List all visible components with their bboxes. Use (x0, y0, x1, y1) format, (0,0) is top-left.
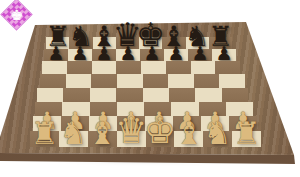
square-d6[interactable] (116, 61, 141, 74)
square-c1[interactable]: ♝ (88, 131, 117, 147)
square-d4[interactable] (116, 88, 142, 102)
rank-5 (40, 74, 245, 88)
square-a5[interactable] (40, 74, 66, 88)
rank-4 (37, 88, 248, 102)
square-h4[interactable] (222, 88, 248, 102)
white-bishop-c1[interactable]: ♝ (88, 118, 116, 149)
square-h5[interactable] (219, 74, 245, 88)
square-c5[interactable] (91, 74, 117, 88)
square-f1[interactable]: ♝ (174, 131, 203, 147)
square-b5[interactable] (66, 74, 92, 88)
square-e4[interactable] (143, 88, 169, 102)
square-d7[interactable]: ♟ (116, 49, 140, 61)
square-f5[interactable] (168, 74, 194, 88)
white-queen-d1[interactable]: ♛ (115, 113, 147, 149)
square-g5[interactable] (194, 74, 220, 88)
square-a7[interactable]: ♟ (44, 49, 68, 61)
square-b4[interactable] (63, 88, 89, 102)
square-b7[interactable]: ♟ (68, 49, 92, 61)
rank-1: ♜♞♝♛♚♝♞♜ (30, 131, 261, 147)
square-g1[interactable]: ♞ (203, 131, 232, 147)
square-h1[interactable]: ♜ (232, 131, 261, 147)
white-knight-g1[interactable]: ♞ (204, 118, 232, 149)
square-g7[interactable]: ♟ (188, 49, 212, 61)
square-e5[interactable] (143, 74, 169, 88)
white-king-e1[interactable]: ♚ (144, 113, 176, 149)
chessboard-photo: ♜♞♝♛♚♝♞♜ ♟♟♟♟♟♟♟♟ ♟♟♟♟♟♟♟♟ ♜♞♝♛♚♝♞♜ ♚ (0, 0, 300, 177)
square-f7[interactable]: ♟ (164, 49, 188, 61)
square-e6[interactable] (141, 61, 166, 74)
square-b6[interactable] (67, 61, 92, 74)
white-rook-h1[interactable]: ♜ (233, 118, 261, 149)
dgt-logo: ♚ (0, 0, 33, 31)
square-f4[interactable] (169, 88, 195, 102)
square-g4[interactable] (195, 88, 221, 102)
square-d1[interactable]: ♛ (117, 131, 146, 147)
square-d5[interactable] (117, 74, 143, 88)
square-a4[interactable] (37, 88, 63, 102)
square-c7[interactable]: ♟ (92, 49, 116, 61)
square-a1[interactable]: ♜ (30, 131, 59, 147)
rank-6 (42, 61, 240, 74)
square-b1[interactable]: ♞ (59, 131, 88, 147)
square-h6[interactable] (215, 61, 240, 74)
square-f6[interactable] (166, 61, 191, 74)
rank-7: ♟♟♟♟♟♟♟♟ (44, 49, 236, 61)
white-rook-a1[interactable]: ♜ (31, 118, 59, 149)
white-bishop-f1[interactable]: ♝ (175, 118, 203, 149)
square-h7[interactable]: ♟ (212, 49, 236, 61)
square-a6[interactable] (42, 61, 67, 74)
logo-chess-king-icon: ♚ (10, 7, 23, 21)
square-e1[interactable]: ♚ (146, 131, 175, 147)
square-c6[interactable] (92, 61, 117, 74)
square-g6[interactable] (191, 61, 216, 74)
white-knight-b1[interactable]: ♞ (59, 118, 87, 149)
square-c4[interactable] (90, 88, 116, 102)
square-e7[interactable]: ♟ (140, 49, 164, 61)
